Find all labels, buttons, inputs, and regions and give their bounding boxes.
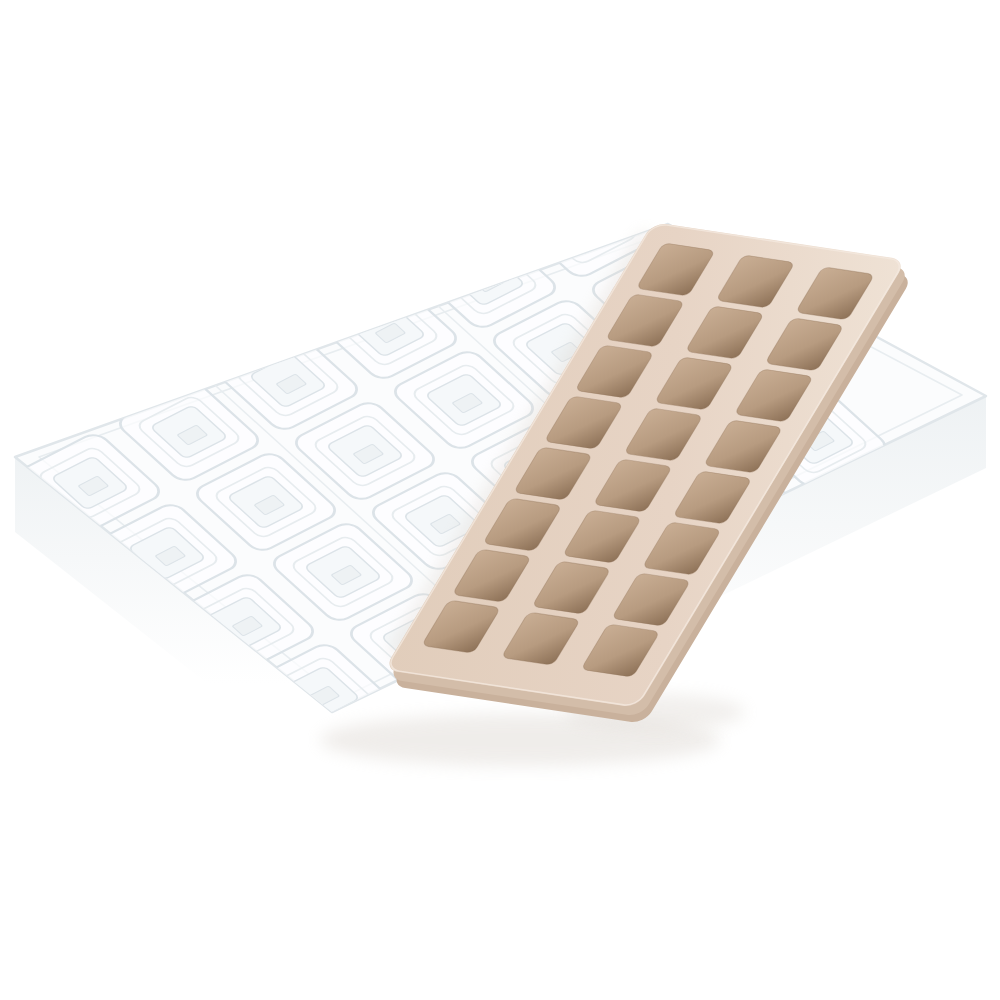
product-photo-svg	[0, 0, 1000, 1000]
cavity-notch	[573, 221, 604, 241]
product-photo	[0, 0, 1000, 1000]
